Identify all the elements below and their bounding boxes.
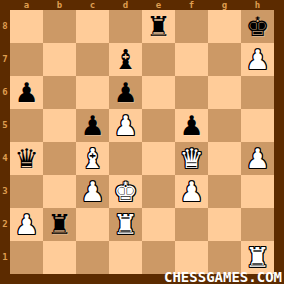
- square-h8[interactable]: ♚: [241, 10, 274, 43]
- square-g7[interactable]: [208, 43, 241, 76]
- square-c3[interactable]: ♟: [76, 175, 109, 208]
- square-b1[interactable]: [43, 241, 76, 274]
- file-labels: abcdefgh: [10, 0, 274, 10]
- square-f3[interactable]: ♟: [175, 175, 208, 208]
- square-b3[interactable]: [43, 175, 76, 208]
- square-g6[interactable]: [208, 76, 241, 109]
- square-g8[interactable]: [208, 10, 241, 43]
- square-d8[interactable]: [109, 10, 142, 43]
- square-f8[interactable]: [175, 10, 208, 43]
- square-f7[interactable]: [175, 43, 208, 76]
- square-e7[interactable]: [142, 43, 175, 76]
- chess-board-frame: abcdefgh 87654321 ♜♚♝♟♟♟♟♟♟♛♝♛♟♟♚♟♟♜♜♜ C…: [0, 0, 284, 284]
- rank-label-8: 8: [0, 10, 10, 43]
- file-label-h: h: [241, 0, 274, 10]
- square-h6[interactable]: [241, 76, 274, 109]
- square-e2[interactable]: [142, 208, 175, 241]
- rank-label-2: 2: [0, 208, 10, 241]
- black-king-piece[interactable]: ♚: [245, 10, 269, 43]
- square-a8[interactable]: [10, 10, 43, 43]
- square-b4[interactable]: [43, 142, 76, 175]
- square-a1[interactable]: [10, 241, 43, 274]
- square-h3[interactable]: [241, 175, 274, 208]
- square-b6[interactable]: [43, 76, 76, 109]
- square-a2[interactable]: ♟: [10, 208, 43, 241]
- square-f5[interactable]: ♟: [175, 109, 208, 142]
- site-watermark: CHESSGAMES.COM: [164, 271, 282, 284]
- square-b7[interactable]: [43, 43, 76, 76]
- white-rook-piece[interactable]: ♜: [113, 208, 137, 241]
- file-label-g: g: [208, 0, 241, 10]
- black-rook-piece[interactable]: ♜: [47, 208, 71, 241]
- square-f6[interactable]: [175, 76, 208, 109]
- square-h5[interactable]: [241, 109, 274, 142]
- square-g5[interactable]: [208, 109, 241, 142]
- square-d1[interactable]: [109, 241, 142, 274]
- rank-label-1: 1: [0, 241, 10, 274]
- square-c2[interactable]: [76, 208, 109, 241]
- white-bishop-piece[interactable]: ♝: [80, 142, 104, 175]
- square-g4[interactable]: [208, 142, 241, 175]
- chess-board[interactable]: ♜♚♝♟♟♟♟♟♟♛♝♛♟♟♚♟♟♜♜♜: [10, 10, 274, 274]
- black-pawn-piece[interactable]: ♟: [179, 109, 203, 142]
- square-b5[interactable]: [43, 109, 76, 142]
- black-bishop-piece[interactable]: ♝: [113, 43, 137, 76]
- square-e5[interactable]: [142, 109, 175, 142]
- black-pawn-piece[interactable]: ♟: [14, 76, 38, 109]
- file-label-c: c: [76, 0, 109, 10]
- square-a3[interactable]: [10, 175, 43, 208]
- white-pawn-piece[interactable]: ♟: [14, 208, 38, 241]
- square-c1[interactable]: [76, 241, 109, 274]
- rank-labels: 87654321: [0, 10, 10, 274]
- square-c6[interactable]: [76, 76, 109, 109]
- square-a6[interactable]: ♟: [10, 76, 43, 109]
- square-d3[interactable]: ♚: [109, 175, 142, 208]
- square-f4[interactable]: ♛: [175, 142, 208, 175]
- black-queen-piece[interactable]: ♛: [14, 142, 38, 175]
- square-b2[interactable]: ♜: [43, 208, 76, 241]
- file-label-f: f: [175, 0, 208, 10]
- white-pawn-piece[interactable]: ♟: [113, 109, 137, 142]
- square-d4[interactable]: [109, 142, 142, 175]
- square-g2[interactable]: [208, 208, 241, 241]
- square-a7[interactable]: [10, 43, 43, 76]
- square-c4[interactable]: ♝: [76, 142, 109, 175]
- white-pawn-piece[interactable]: ♟: [245, 142, 269, 175]
- file-label-d: d: [109, 0, 142, 10]
- black-rook-piece[interactable]: ♜: [146, 10, 170, 43]
- square-h7[interactable]: ♟: [241, 43, 274, 76]
- square-a5[interactable]: [10, 109, 43, 142]
- white-king-piece[interactable]: ♚: [113, 175, 137, 208]
- rank-label-5: 5: [0, 109, 10, 142]
- white-queen-piece[interactable]: ♛: [179, 142, 203, 175]
- file-label-e: e: [142, 0, 175, 10]
- square-h2[interactable]: [241, 208, 274, 241]
- square-d2[interactable]: ♜: [109, 208, 142, 241]
- square-a4[interactable]: ♛: [10, 142, 43, 175]
- square-h4[interactable]: ♟: [241, 142, 274, 175]
- square-b8[interactable]: [43, 10, 76, 43]
- square-e8[interactable]: ♜: [142, 10, 175, 43]
- file-label-b: b: [43, 0, 76, 10]
- white-pawn-piece[interactable]: ♟: [80, 175, 104, 208]
- file-label-a: a: [10, 0, 43, 10]
- square-e4[interactable]: [142, 142, 175, 175]
- square-d7[interactable]: ♝: [109, 43, 142, 76]
- rank-label-7: 7: [0, 43, 10, 76]
- square-g3[interactable]: [208, 175, 241, 208]
- rank-label-4: 4: [0, 142, 10, 175]
- square-d5[interactable]: ♟: [109, 109, 142, 142]
- square-e3[interactable]: [142, 175, 175, 208]
- square-c7[interactable]: [76, 43, 109, 76]
- rank-label-6: 6: [0, 76, 10, 109]
- square-c8[interactable]: [76, 10, 109, 43]
- black-pawn-piece[interactable]: ♟: [113, 76, 137, 109]
- square-c5[interactable]: ♟: [76, 109, 109, 142]
- black-pawn-piece[interactable]: ♟: [80, 109, 104, 142]
- white-pawn-piece[interactable]: ♟: [245, 43, 269, 76]
- square-d6[interactable]: ♟: [109, 76, 142, 109]
- rank-label-3: 3: [0, 175, 10, 208]
- square-f2[interactable]: [175, 208, 208, 241]
- white-pawn-piece[interactable]: ♟: [179, 175, 203, 208]
- square-e6[interactable]: [142, 76, 175, 109]
